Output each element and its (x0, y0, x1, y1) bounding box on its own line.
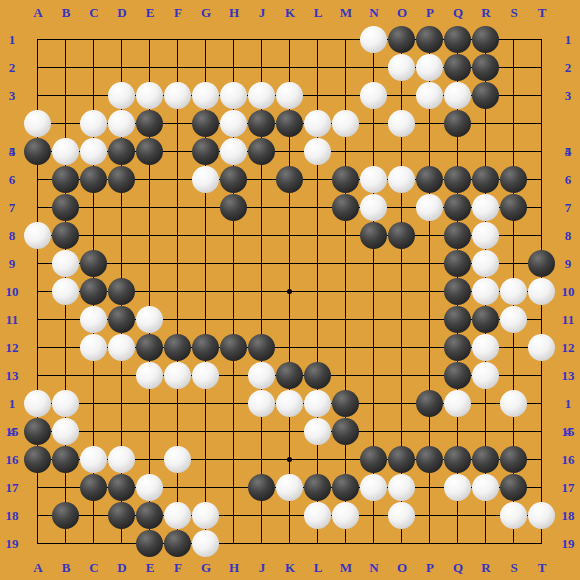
intersection-O11[interactable] (388, 306, 416, 334)
intersection-G19[interactable] (192, 530, 220, 558)
intersection-P7[interactable] (416, 194, 444, 222)
intersection-K9[interactable] (276, 250, 304, 278)
intersection-O15[interactable] (388, 418, 416, 446)
intersection-D15[interactable] (108, 418, 136, 446)
intersection-K12[interactable] (276, 334, 304, 362)
intersection-O4[interactable] (388, 110, 416, 138)
intersection-G11[interactable] (192, 306, 220, 334)
intersection-Q13[interactable] (444, 362, 472, 390)
intersection-B11[interactable] (52, 306, 80, 334)
intersection-H5[interactable] (220, 138, 248, 166)
intersection-P6[interactable] (416, 166, 444, 194)
intersection-T19[interactable] (528, 530, 556, 558)
intersection-E1[interactable] (136, 26, 164, 54)
intersection-R10[interactable] (472, 278, 500, 306)
intersection-E7[interactable] (136, 194, 164, 222)
intersection-F18[interactable] (164, 502, 192, 530)
intersection-L6[interactable] (304, 166, 332, 194)
intersection-T5[interactable] (528, 138, 556, 166)
intersection-N6[interactable] (360, 166, 388, 194)
intersection-B2[interactable] (52, 54, 80, 82)
intersection-L4[interactable] (304, 110, 332, 138)
intersection-F10[interactable] (164, 278, 192, 306)
intersection-B10[interactable] (52, 278, 80, 306)
intersection-R18[interactable] (472, 502, 500, 530)
intersection-K13[interactable] (276, 362, 304, 390)
intersection-F3[interactable] (164, 82, 192, 110)
intersection-H1[interactable] (220, 26, 248, 54)
intersection-E11[interactable] (136, 306, 164, 334)
intersection-M15[interactable] (332, 418, 360, 446)
intersection-T17[interactable] (528, 474, 556, 502)
intersection-R19[interactable] (472, 530, 500, 558)
intersection-K4[interactable] (276, 110, 304, 138)
intersection-C14[interactable] (80, 390, 108, 418)
intersection-P11[interactable] (416, 306, 444, 334)
intersection-G17[interactable] (192, 474, 220, 502)
intersection-F9[interactable] (164, 250, 192, 278)
intersection-T11[interactable] (528, 306, 556, 334)
intersection-N5[interactable] (360, 138, 388, 166)
intersection-L15[interactable] (304, 418, 332, 446)
intersection-K18[interactable] (276, 502, 304, 530)
intersection-A15[interactable] (24, 418, 52, 446)
intersection-J14[interactable] (248, 390, 276, 418)
intersection-M4[interactable] (332, 110, 360, 138)
intersection-D18[interactable] (108, 502, 136, 530)
intersection-P18[interactable] (416, 502, 444, 530)
intersection-D14[interactable] (108, 390, 136, 418)
intersection-A12[interactable] (24, 334, 52, 362)
intersection-H3[interactable] (220, 82, 248, 110)
intersection-S13[interactable] (500, 362, 528, 390)
intersection-G1[interactable] (192, 26, 220, 54)
intersection-H10[interactable] (220, 278, 248, 306)
intersection-O14[interactable] (388, 390, 416, 418)
intersection-D12[interactable] (108, 334, 136, 362)
intersection-Q4[interactable] (444, 110, 472, 138)
intersection-D13[interactable] (108, 362, 136, 390)
intersection-C3[interactable] (80, 82, 108, 110)
intersection-M6[interactable] (332, 166, 360, 194)
intersection-F16[interactable] (164, 446, 192, 474)
intersection-O6[interactable] (388, 166, 416, 194)
intersection-F1[interactable] (164, 26, 192, 54)
intersection-K17[interactable] (276, 474, 304, 502)
intersection-Q12[interactable] (444, 334, 472, 362)
intersection-T14[interactable] (528, 390, 556, 418)
intersection-K8[interactable] (276, 222, 304, 250)
intersection-O3[interactable] (388, 82, 416, 110)
intersection-L17[interactable] (304, 474, 332, 502)
intersection-L18[interactable] (304, 502, 332, 530)
intersection-C4[interactable] (80, 110, 108, 138)
intersection-N8[interactable] (360, 222, 388, 250)
intersection-D6[interactable] (108, 166, 136, 194)
intersection-T16[interactable] (528, 446, 556, 474)
intersection-L2[interactable] (304, 54, 332, 82)
intersection-T12[interactable] (528, 334, 556, 362)
intersection-F12[interactable] (164, 334, 192, 362)
intersection-S8[interactable] (500, 222, 528, 250)
intersection-O12[interactable] (388, 334, 416, 362)
intersection-Q10[interactable] (444, 278, 472, 306)
intersection-D9[interactable] (108, 250, 136, 278)
intersection-H19[interactable] (220, 530, 248, 558)
intersection-P4[interactable] (416, 110, 444, 138)
intersection-C12[interactable] (80, 334, 108, 362)
intersection-O17[interactable] (388, 474, 416, 502)
intersection-F2[interactable] (164, 54, 192, 82)
intersection-E12[interactable] (136, 334, 164, 362)
intersection-B7[interactable] (52, 194, 80, 222)
intersection-Q5[interactable] (444, 138, 472, 166)
intersection-C13[interactable] (80, 362, 108, 390)
intersection-B9[interactable] (52, 250, 80, 278)
intersection-R5[interactable] (472, 138, 500, 166)
intersection-C17[interactable] (80, 474, 108, 502)
intersection-P13[interactable] (416, 362, 444, 390)
intersection-Q15[interactable] (444, 418, 472, 446)
intersection-G5[interactable] (192, 138, 220, 166)
intersection-E4[interactable] (136, 110, 164, 138)
intersection-B18[interactable] (52, 502, 80, 530)
intersection-P12[interactable] (416, 334, 444, 362)
intersection-M5[interactable] (332, 138, 360, 166)
intersection-A19[interactable] (24, 530, 52, 558)
intersection-N9[interactable] (360, 250, 388, 278)
intersection-J10[interactable] (248, 278, 276, 306)
intersection-K2[interactable] (276, 54, 304, 82)
intersection-J1[interactable] (248, 26, 276, 54)
intersection-E3[interactable] (136, 82, 164, 110)
intersection-F15[interactable] (164, 418, 192, 446)
intersection-H11[interactable] (220, 306, 248, 334)
intersection-G6[interactable] (192, 166, 220, 194)
intersection-C11[interactable] (80, 306, 108, 334)
intersection-Q17[interactable] (444, 474, 472, 502)
intersection-S5[interactable] (500, 138, 528, 166)
intersection-P10[interactable] (416, 278, 444, 306)
intersection-R9[interactable] (472, 250, 500, 278)
intersection-E10[interactable] (136, 278, 164, 306)
intersection-B6[interactable] (52, 166, 80, 194)
intersection-E8[interactable] (136, 222, 164, 250)
intersection-J6[interactable] (248, 166, 276, 194)
intersection-C16[interactable] (80, 446, 108, 474)
intersection-N19[interactable] (360, 530, 388, 558)
intersection-K11[interactable] (276, 306, 304, 334)
intersection-N16[interactable] (360, 446, 388, 474)
intersection-E9[interactable] (136, 250, 164, 278)
intersection-F4[interactable] (164, 110, 192, 138)
intersection-O2[interactable] (388, 54, 416, 82)
intersection-P9[interactable] (416, 250, 444, 278)
intersection-A17[interactable] (24, 474, 52, 502)
intersection-B16[interactable] (52, 446, 80, 474)
intersection-K15[interactable] (276, 418, 304, 446)
intersection-Q3[interactable] (444, 82, 472, 110)
intersection-M13[interactable] (332, 362, 360, 390)
intersection-C6[interactable] (80, 166, 108, 194)
intersection-R11[interactable] (472, 306, 500, 334)
intersection-T4[interactable] (528, 110, 556, 138)
intersection-B5[interactable] (52, 138, 80, 166)
intersection-A18[interactable] (24, 502, 52, 530)
intersection-J5[interactable] (248, 138, 276, 166)
intersection-M12[interactable] (332, 334, 360, 362)
intersection-R3[interactable] (472, 82, 500, 110)
intersection-B12[interactable] (52, 334, 80, 362)
intersection-O5[interactable] (388, 138, 416, 166)
intersection-J19[interactable] (248, 530, 276, 558)
intersection-O9[interactable] (388, 250, 416, 278)
intersection-K16[interactable] (276, 446, 304, 474)
intersection-L1[interactable] (304, 26, 332, 54)
intersection-G16[interactable] (192, 446, 220, 474)
intersection-G9[interactable] (192, 250, 220, 278)
intersection-Q11[interactable] (444, 306, 472, 334)
intersection-B3[interactable] (52, 82, 80, 110)
intersection-D17[interactable] (108, 474, 136, 502)
intersection-E13[interactable] (136, 362, 164, 390)
intersection-Q14[interactable] (444, 390, 472, 418)
intersection-A3[interactable] (24, 82, 52, 110)
intersection-S11[interactable] (500, 306, 528, 334)
intersection-M2[interactable] (332, 54, 360, 82)
intersection-R17[interactable] (472, 474, 500, 502)
intersection-E16[interactable] (136, 446, 164, 474)
intersection-G10[interactable] (192, 278, 220, 306)
intersection-N13[interactable] (360, 362, 388, 390)
intersection-S7[interactable] (500, 194, 528, 222)
intersection-S6[interactable] (500, 166, 528, 194)
intersection-K1[interactable] (276, 26, 304, 54)
intersection-E18[interactable] (136, 502, 164, 530)
intersection-K3[interactable] (276, 82, 304, 110)
intersection-N7[interactable] (360, 194, 388, 222)
intersection-G8[interactable] (192, 222, 220, 250)
intersection-S9[interactable] (500, 250, 528, 278)
intersection-H4[interactable] (220, 110, 248, 138)
intersection-M14[interactable] (332, 390, 360, 418)
intersection-R16[interactable] (472, 446, 500, 474)
intersection-F17[interactable] (164, 474, 192, 502)
intersection-G3[interactable] (192, 82, 220, 110)
intersection-H18[interactable] (220, 502, 248, 530)
intersection-D1[interactable] (108, 26, 136, 54)
intersection-J4[interactable] (248, 110, 276, 138)
intersection-D5[interactable] (108, 138, 136, 166)
intersection-D4[interactable] (108, 110, 136, 138)
intersection-C19[interactable] (80, 530, 108, 558)
intersection-R12[interactable] (472, 334, 500, 362)
intersection-L7[interactable] (304, 194, 332, 222)
intersection-H9[interactable] (220, 250, 248, 278)
intersection-Q19[interactable] (444, 530, 472, 558)
intersection-O8[interactable] (388, 222, 416, 250)
intersection-M11[interactable] (332, 306, 360, 334)
intersection-M16[interactable] (332, 446, 360, 474)
intersection-N12[interactable] (360, 334, 388, 362)
intersection-S18[interactable] (500, 502, 528, 530)
intersection-F19[interactable] (164, 530, 192, 558)
intersection-P5[interactable] (416, 138, 444, 166)
intersection-A2[interactable] (24, 54, 52, 82)
intersection-E6[interactable] (136, 166, 164, 194)
intersection-L11[interactable] (304, 306, 332, 334)
intersection-G7[interactable] (192, 194, 220, 222)
intersection-F8[interactable] (164, 222, 192, 250)
intersection-N14[interactable] (360, 390, 388, 418)
intersection-M3[interactable] (332, 82, 360, 110)
intersection-B14[interactable] (52, 390, 80, 418)
intersection-T18[interactable] (528, 502, 556, 530)
intersection-S17[interactable] (500, 474, 528, 502)
intersection-R13[interactable] (472, 362, 500, 390)
intersection-T3[interactable] (528, 82, 556, 110)
intersection-Q2[interactable] (444, 54, 472, 82)
intersection-H8[interactable] (220, 222, 248, 250)
intersection-M10[interactable] (332, 278, 360, 306)
intersection-T13[interactable] (528, 362, 556, 390)
intersection-J12[interactable] (248, 334, 276, 362)
intersection-R2[interactable] (472, 54, 500, 82)
intersection-N10[interactable] (360, 278, 388, 306)
intersection-H12[interactable] (220, 334, 248, 362)
intersection-T8[interactable] (528, 222, 556, 250)
intersection-Q1[interactable] (444, 26, 472, 54)
intersection-C10[interactable] (80, 278, 108, 306)
intersection-J9[interactable] (248, 250, 276, 278)
intersection-H2[interactable] (220, 54, 248, 82)
intersection-P8[interactable] (416, 222, 444, 250)
intersection-T10[interactable] (528, 278, 556, 306)
intersection-P14[interactable] (416, 390, 444, 418)
intersection-J15[interactable] (248, 418, 276, 446)
intersection-A6[interactable] (24, 166, 52, 194)
intersection-F11[interactable] (164, 306, 192, 334)
intersection-C9[interactable] (80, 250, 108, 278)
intersection-N2[interactable] (360, 54, 388, 82)
intersection-J18[interactable] (248, 502, 276, 530)
intersection-A14[interactable] (24, 390, 52, 418)
intersection-Q9[interactable] (444, 250, 472, 278)
intersection-N3[interactable] (360, 82, 388, 110)
intersection-F14[interactable] (164, 390, 192, 418)
intersection-E5[interactable] (136, 138, 164, 166)
intersection-C7[interactable] (80, 194, 108, 222)
intersection-R4[interactable] (472, 110, 500, 138)
intersection-N11[interactable] (360, 306, 388, 334)
intersection-E19[interactable] (136, 530, 164, 558)
intersection-M7[interactable] (332, 194, 360, 222)
intersection-T7[interactable] (528, 194, 556, 222)
intersection-D3[interactable] (108, 82, 136, 110)
intersection-P15[interactable] (416, 418, 444, 446)
intersection-D7[interactable] (108, 194, 136, 222)
intersection-A9[interactable] (24, 250, 52, 278)
intersection-M19[interactable] (332, 530, 360, 558)
intersection-G2[interactable] (192, 54, 220, 82)
intersection-L3[interactable] (304, 82, 332, 110)
intersection-K14[interactable] (276, 390, 304, 418)
intersection-K10[interactable] (276, 278, 304, 306)
intersection-T15[interactable] (528, 418, 556, 446)
intersection-G18[interactable] (192, 502, 220, 530)
intersection-B17[interactable] (52, 474, 80, 502)
intersection-F6[interactable] (164, 166, 192, 194)
intersection-S16[interactable] (500, 446, 528, 474)
intersection-L8[interactable] (304, 222, 332, 250)
intersection-D11[interactable] (108, 306, 136, 334)
intersection-A5[interactable] (24, 138, 52, 166)
intersection-A13[interactable] (24, 362, 52, 390)
intersection-E2[interactable] (136, 54, 164, 82)
intersection-C15[interactable] (80, 418, 108, 446)
intersection-L12[interactable] (304, 334, 332, 362)
intersection-S14[interactable] (500, 390, 528, 418)
intersection-M17[interactable] (332, 474, 360, 502)
intersection-L16[interactable] (304, 446, 332, 474)
intersection-C18[interactable] (80, 502, 108, 530)
intersection-T2[interactable] (528, 54, 556, 82)
intersection-S15[interactable] (500, 418, 528, 446)
intersection-K19[interactable] (276, 530, 304, 558)
intersection-H17[interactable] (220, 474, 248, 502)
intersection-F5[interactable] (164, 138, 192, 166)
intersection-T1[interactable] (528, 26, 556, 54)
intersection-C8[interactable] (80, 222, 108, 250)
intersection-J7[interactable] (248, 194, 276, 222)
intersection-A4[interactable] (24, 110, 52, 138)
intersection-L9[interactable] (304, 250, 332, 278)
intersection-D10[interactable] (108, 278, 136, 306)
intersection-H6[interactable] (220, 166, 248, 194)
intersection-Q8[interactable] (444, 222, 472, 250)
intersection-K6[interactable] (276, 166, 304, 194)
intersection-S19[interactable] (500, 530, 528, 558)
intersection-K7[interactable] (276, 194, 304, 222)
intersection-R6[interactable] (472, 166, 500, 194)
intersection-O7[interactable] (388, 194, 416, 222)
intersection-D16[interactable] (108, 446, 136, 474)
intersection-S2[interactable] (500, 54, 528, 82)
intersection-P19[interactable] (416, 530, 444, 558)
intersection-L14[interactable] (304, 390, 332, 418)
intersection-P3[interactable] (416, 82, 444, 110)
intersection-J8[interactable] (248, 222, 276, 250)
intersection-Q16[interactable] (444, 446, 472, 474)
intersection-N18[interactable] (360, 502, 388, 530)
intersection-G14[interactable] (192, 390, 220, 418)
intersection-R14[interactable] (472, 390, 500, 418)
intersection-B15[interactable] (52, 418, 80, 446)
intersection-C2[interactable] (80, 54, 108, 82)
intersection-S1[interactable] (500, 26, 528, 54)
intersection-H14[interactable] (220, 390, 248, 418)
intersection-O16[interactable] (388, 446, 416, 474)
intersection-O18[interactable] (388, 502, 416, 530)
intersection-E15[interactable] (136, 418, 164, 446)
intersection-A8[interactable] (24, 222, 52, 250)
intersection-C5[interactable] (80, 138, 108, 166)
intersection-J2[interactable] (248, 54, 276, 82)
intersection-F13[interactable] (164, 362, 192, 390)
intersection-J3[interactable] (248, 82, 276, 110)
intersection-S12[interactable] (500, 334, 528, 362)
intersection-B8[interactable] (52, 222, 80, 250)
